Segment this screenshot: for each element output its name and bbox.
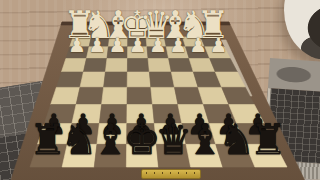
square-g4[interactable] bbox=[80, 72, 105, 87]
chess-scene: ♜♞♝♚♛♝♞♜♟♟♟♟♟♟♟♟♟♟♟♟♟♟♟♟♜♞♝♚♛♝♞♜ bbox=[0, 0, 320, 180]
square-f4[interactable] bbox=[104, 72, 128, 87]
piece-white-pawn-f2[interactable]: ♟ bbox=[108, 35, 126, 55]
piece-white-pawn-e2[interactable]: ♟ bbox=[129, 35, 147, 55]
square-f5[interactable] bbox=[102, 87, 128, 104]
square-e4[interactable] bbox=[127, 72, 151, 87]
square-e3[interactable] bbox=[127, 59, 149, 73]
piece-white-pawn-g2[interactable]: ♟ bbox=[88, 35, 106, 55]
piece-white-pawn-c2[interactable]: ♟ bbox=[169, 35, 187, 55]
brass-nameplate bbox=[141, 169, 201, 179]
square-h3[interactable] bbox=[61, 59, 86, 73]
square-h4[interactable] bbox=[56, 72, 83, 87]
piece-white-pawn-d2[interactable]: ♟ bbox=[149, 35, 167, 55]
square-g3[interactable] bbox=[83, 59, 107, 73]
piece-white-pawn-h2[interactable]: ♟ bbox=[68, 35, 86, 55]
piece-white-pawn-b2[interactable]: ♟ bbox=[189, 35, 207, 55]
square-d4[interactable] bbox=[149, 72, 174, 87]
square-d3[interactable] bbox=[148, 59, 171, 73]
piece-black-rook-a8[interactable]: ♜ bbox=[249, 119, 287, 161]
square-f3[interactable] bbox=[105, 59, 127, 73]
square-g5[interactable] bbox=[76, 87, 103, 104]
square-d5[interactable] bbox=[151, 87, 178, 104]
square-e5[interactable] bbox=[127, 87, 152, 104]
piece-white-pawn-a2[interactable]: ♟ bbox=[210, 35, 228, 55]
